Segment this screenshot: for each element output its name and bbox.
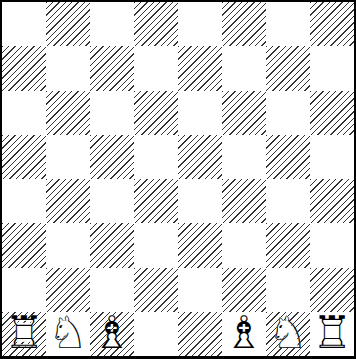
- square-h2[interactable]: [310, 268, 354, 312]
- white-knight[interactable]: ♞♘: [268, 312, 308, 355]
- square-c2[interactable]: [90, 268, 134, 312]
- square-f6[interactable]: [222, 91, 266, 135]
- square-a2[interactable]: [2, 268, 46, 312]
- square-b6[interactable]: [46, 91, 90, 135]
- square-g8[interactable]: [266, 2, 310, 46]
- square-b5[interactable]: [46, 135, 90, 179]
- square-a3[interactable]: [2, 223, 46, 267]
- square-d1[interactable]: [134, 312, 178, 356]
- square-a1[interactable]: ♜♖: [2, 312, 46, 356]
- square-c8[interactable]: [90, 2, 134, 46]
- white-knight[interactable]: ♞♘: [48, 312, 88, 355]
- square-c1[interactable]: ♝♗: [90, 312, 134, 356]
- square-f2[interactable]: [222, 268, 266, 312]
- square-g1[interactable]: ♞♘: [266, 312, 310, 356]
- square-d5[interactable]: [134, 135, 178, 179]
- square-h4[interactable]: [310, 179, 354, 223]
- square-e4[interactable]: [178, 179, 222, 223]
- square-a6[interactable]: [2, 91, 46, 135]
- square-c4[interactable]: [90, 179, 134, 223]
- white-bishop-outline: ♗: [92, 312, 132, 356]
- square-d2[interactable]: [134, 268, 178, 312]
- square-h7[interactable]: [310, 46, 354, 90]
- square-g2[interactable]: [266, 268, 310, 312]
- square-d7[interactable]: [134, 46, 178, 90]
- white-knight-outline: ♘: [268, 312, 308, 356]
- square-b7[interactable]: [46, 46, 90, 90]
- square-h6[interactable]: [310, 91, 354, 135]
- chess-board: ♜♖♞♘♝♗♝♗♞♘♜♖: [0, 0, 356, 359]
- square-e7[interactable]: [178, 46, 222, 90]
- square-h5[interactable]: [310, 135, 354, 179]
- square-c6[interactable]: [90, 91, 134, 135]
- square-f5[interactable]: [222, 135, 266, 179]
- square-e5[interactable]: [178, 135, 222, 179]
- square-e3[interactable]: [178, 223, 222, 267]
- square-e6[interactable]: [178, 91, 222, 135]
- square-f3[interactable]: [222, 223, 266, 267]
- white-rook-outline: ♖: [312, 312, 352, 356]
- square-c7[interactable]: [90, 46, 134, 90]
- square-e8[interactable]: [178, 2, 222, 46]
- square-e2[interactable]: [178, 268, 222, 312]
- square-g4[interactable]: [266, 179, 310, 223]
- square-g3[interactable]: [266, 223, 310, 267]
- square-a8[interactable]: [2, 2, 46, 46]
- square-f8[interactable]: [222, 2, 266, 46]
- square-d3[interactable]: [134, 223, 178, 267]
- square-b8[interactable]: [46, 2, 90, 46]
- square-b2[interactable]: [46, 268, 90, 312]
- square-c5[interactable]: [90, 135, 134, 179]
- square-f1[interactable]: ♝♗: [222, 312, 266, 356]
- white-bishop[interactable]: ♝♗: [224, 312, 264, 355]
- white-bishop[interactable]: ♝♗: [92, 312, 132, 355]
- white-rook[interactable]: ♜♖: [4, 312, 44, 355]
- square-g7[interactable]: [266, 46, 310, 90]
- white-rook[interactable]: ♜♖: [312, 312, 352, 355]
- square-a5[interactable]: [2, 135, 46, 179]
- square-h1[interactable]: ♜♖: [310, 312, 354, 356]
- white-knight-outline: ♘: [48, 312, 88, 356]
- square-h8[interactable]: [310, 2, 354, 46]
- square-f7[interactable]: [222, 46, 266, 90]
- square-b4[interactable]: [46, 179, 90, 223]
- square-f4[interactable]: [222, 179, 266, 223]
- square-d8[interactable]: [134, 2, 178, 46]
- square-b1[interactable]: ♞♘: [46, 312, 90, 356]
- square-g6[interactable]: [266, 91, 310, 135]
- white-rook-outline: ♖: [4, 312, 44, 356]
- square-c3[interactable]: [90, 223, 134, 267]
- white-bishop-outline: ♗: [224, 312, 264, 356]
- square-e1[interactable]: [178, 312, 222, 356]
- square-h3[interactable]: [310, 223, 354, 267]
- square-a7[interactable]: [2, 46, 46, 90]
- square-a4[interactable]: [2, 179, 46, 223]
- square-d6[interactable]: [134, 91, 178, 135]
- square-b3[interactable]: [46, 223, 90, 267]
- square-d4[interactable]: [134, 179, 178, 223]
- square-g5[interactable]: [266, 135, 310, 179]
